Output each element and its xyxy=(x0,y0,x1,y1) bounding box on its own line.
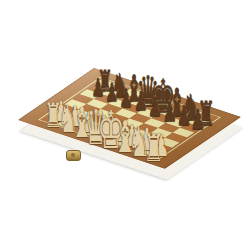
brass-latch-icon[interactable] xyxy=(66,150,81,161)
piece-black-pawn-e7[interactable]: ♟ xyxy=(148,93,163,120)
chess-set-photo: ♜♞♝♛♚♝♞♜♟♟♟♟♟♟♟♟♟♟♟♟♟♟♟♟♜♞♝♛♚♝♞♜ xyxy=(0,0,250,250)
piece-white-rook-h1[interactable]: ♜ xyxy=(144,130,164,168)
piece-black-pawn-f7[interactable]: ♟ xyxy=(162,97,177,125)
piece-black-pawn-h7[interactable]: ♟ xyxy=(191,106,206,134)
piece-black-pawn-g7[interactable]: ♟ xyxy=(176,102,191,130)
piece-black-pawn-a7[interactable]: ♟ xyxy=(91,75,105,100)
